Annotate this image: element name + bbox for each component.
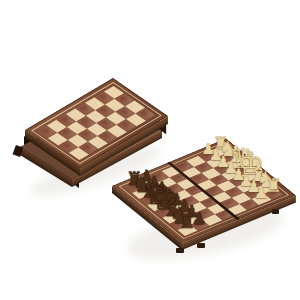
chess-set-product-photo: ♜♞♝♛♚♝♞♜♟♟♟♟♟♟♟♟♟♟♟♟♟♟♟♟♜♞♝♛♚♝♞♜ [0, 0, 300, 300]
board-foot [176, 248, 184, 253]
board-foot [272, 209, 279, 214]
board-foot [197, 243, 205, 248]
